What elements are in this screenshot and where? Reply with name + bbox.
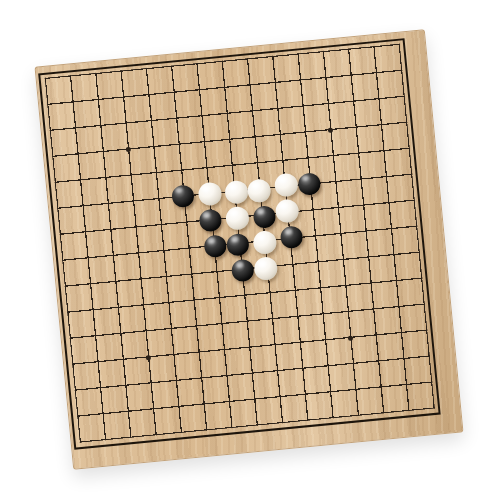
white-stone[interactable] [224,180,249,205]
white-stone-cell [274,199,302,227]
white-stone-cell [223,203,251,231]
black-stone-cell [297,170,325,198]
white-stone-cell [196,180,224,208]
star-point-dot [328,127,333,132]
white-stone-cell [271,173,299,201]
white-stone[interactable] [274,199,299,224]
black-stone[interactable] [226,233,250,257]
black-stone[interactable] [280,225,304,249]
black-stone-cell [198,206,226,234]
star-point [115,135,143,163]
black-stone-cell [249,201,277,229]
star-point-dot [348,335,353,340]
white-stone[interactable] [197,181,222,206]
white-stone[interactable] [253,230,278,255]
white-stone-cell [254,253,282,281]
star-point-dot [146,354,151,359]
photo-background [0,0,493,500]
go-board [34,29,463,470]
black-stone-cell [170,182,198,210]
board-grid[interactable] [32,30,449,456]
star-point-dot [126,147,131,152]
white-stone-cell [221,177,249,205]
white-stone[interactable] [254,256,279,281]
black-stone[interactable] [171,184,195,208]
black-stone[interactable] [198,208,222,232]
white-stone[interactable] [247,178,272,203]
black-stone-cell [226,229,254,257]
white-stone[interactable] [273,173,298,198]
black-stone[interactable] [297,172,321,196]
black-stone[interactable] [231,258,255,282]
white-stone[interactable] [225,206,250,231]
black-stone[interactable] [252,205,276,229]
white-stone-cell [246,175,274,203]
star-point [135,343,163,371]
black-stone-cell [276,224,304,252]
white-stone-cell [251,227,279,255]
star-point [317,116,345,144]
black-stone[interactable] [203,234,227,258]
star-point [337,324,365,352]
black-stone-cell [228,255,256,283]
black-stone-cell [201,232,229,260]
